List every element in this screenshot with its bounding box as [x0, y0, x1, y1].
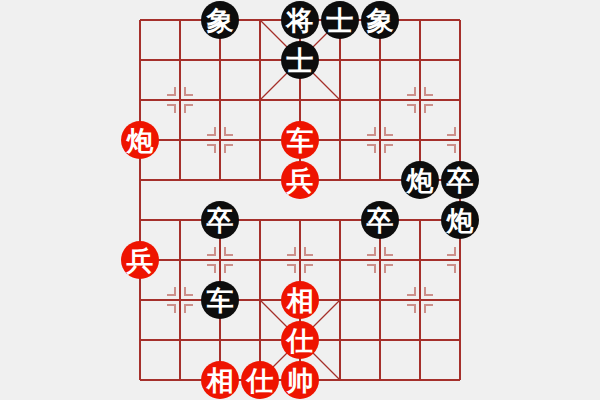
pieces-layer: 象将士象士炮车兵炮卒卒卒炮兵车相仕相仕帅: [120, 0, 480, 400]
piece-black-general[interactable]: 将: [281, 1, 319, 39]
xiangqi-board-stage: 象将士象士炮车兵炮卒卒卒炮兵车相仕相仕帅: [0, 0, 600, 400]
piece-red-advisor[interactable]: 仕: [241, 361, 279, 399]
piece-red-elephant[interactable]: 相: [201, 361, 239, 399]
piece-black-cannon[interactable]: 炮: [441, 201, 479, 239]
piece-black-advisor[interactable]: 士: [281, 41, 319, 79]
piece-black-cannon[interactable]: 炮: [401, 161, 439, 199]
piece-black-chariot[interactable]: 车: [201, 281, 239, 319]
piece-black-soldier[interactable]: 卒: [361, 201, 399, 239]
piece-red-king[interactable]: 帅: [281, 361, 319, 399]
piece-black-advisor[interactable]: 士: [321, 1, 359, 39]
piece-red-elephant[interactable]: 相: [281, 281, 319, 319]
piece-black-elephant[interactable]: 象: [361, 1, 399, 39]
piece-black-soldier[interactable]: 卒: [201, 201, 239, 239]
piece-red-chariot[interactable]: 车: [281, 121, 319, 159]
piece-red-soldier[interactable]: 兵: [281, 161, 319, 199]
piece-red-cannon[interactable]: 炮: [121, 121, 159, 159]
piece-black-soldier[interactable]: 卒: [441, 161, 479, 199]
piece-red-soldier[interactable]: 兵: [121, 241, 159, 279]
piece-black-elephant[interactable]: 象: [201, 1, 239, 39]
piece-red-advisor[interactable]: 仕: [281, 321, 319, 359]
